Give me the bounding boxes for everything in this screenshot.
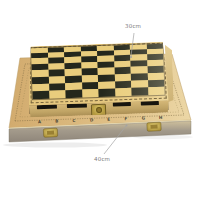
latch-right-icon [147, 122, 161, 131]
seam-slot [141, 101, 159, 106]
seam-slot [67, 104, 87, 109]
chess-board [27, 42, 169, 106]
board-grid [31, 44, 165, 100]
chess-set-product-photo: ABCDEFGH 30cm 40cm [0, 0, 200, 200]
board-square [148, 87, 165, 96]
drop-shadow [3, 142, 107, 147]
chess-box [27, 42, 169, 118]
file-letter: E [107, 118, 110, 122]
file-letter: F [124, 117, 127, 121]
file-letter: G [142, 116, 145, 120]
file-letter: D [90, 118, 93, 122]
board-square [49, 91, 66, 100]
seam-slot [37, 105, 57, 110]
file-letter: A [38, 120, 41, 124]
latch-left-icon [43, 128, 57, 137]
dimension-label-40cm: 40cm [94, 156, 110, 162]
board-square [32, 91, 49, 100]
board-square [115, 88, 132, 97]
latch-center-icon [91, 104, 106, 117]
board-square [82, 89, 99, 98]
board-square [65, 90, 82, 99]
board-square [131, 88, 148, 97]
board-square [98, 89, 115, 98]
file-letter: B [55, 119, 58, 123]
file-letter: H [159, 116, 162, 120]
file-letter: C [73, 119, 76, 123]
dimension-label-30cm: 30cm [125, 23, 141, 29]
seam-slot [113, 102, 131, 107]
